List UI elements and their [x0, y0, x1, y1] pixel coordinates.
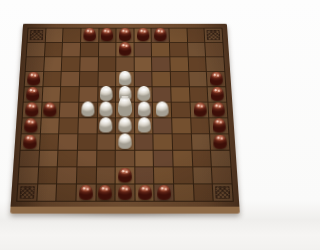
cell-j7[interactable]: [190, 87, 208, 102]
cell-a5[interactable]: [22, 118, 41, 133]
cell-f1[interactable]: [116, 184, 135, 200]
cell-d5[interactable]: [78, 118, 96, 133]
cell-c2[interactable]: [57, 167, 76, 183]
cell-e8[interactable]: [98, 72, 115, 86]
cell-h9[interactable]: [152, 57, 169, 71]
cell-d11[interactable]: [81, 28, 98, 41]
cell-i3[interactable]: [173, 151, 192, 167]
cell-h8[interactable]: [153, 72, 171, 86]
cell-g11[interactable]: [134, 28, 151, 41]
cell-b5[interactable]: [41, 118, 59, 133]
cell-b2[interactable]: [38, 167, 57, 183]
cell-c4[interactable]: [59, 134, 78, 149]
cell-d1[interactable]: [76, 184, 95, 200]
cell-c8[interactable]: [61, 72, 79, 86]
cell-a9[interactable]: [26, 57, 44, 71]
cell-j8[interactable]: [189, 72, 207, 86]
cell-h1[interactable]: [155, 184, 174, 200]
cell-b4[interactable]: [40, 134, 59, 149]
defender-piece[interactable]: [137, 86, 150, 101]
defender-piece[interactable]: [137, 101, 150, 116]
cell-c6[interactable]: [60, 103, 78, 118]
corner-ornament: [215, 186, 230, 199]
cell-k6[interactable]: [209, 103, 227, 118]
king-piece[interactable]: [118, 96, 132, 116]
defender-piece[interactable]: [119, 71, 132, 86]
cell-i6[interactable]: [172, 103, 190, 118]
cell-h2[interactable]: [154, 167, 173, 183]
cell-f4[interactable]: [116, 134, 134, 149]
cell-g10[interactable]: [134, 43, 151, 57]
cell-c10[interactable]: [63, 43, 80, 57]
cell-i5[interactable]: [172, 118, 190, 133]
cell-f10[interactable]: [116, 43, 133, 57]
cell-d9[interactable]: [80, 57, 97, 71]
cell-e9[interactable]: [98, 57, 115, 71]
cell-k2[interactable]: [212, 167, 231, 183]
cell-g4[interactable]: [135, 134, 153, 149]
defender-piece[interactable]: [100, 101, 113, 116]
cell-i2[interactable]: [174, 167, 193, 183]
cell-f5[interactable]: [116, 118, 134, 133]
cell-k9[interactable]: [206, 57, 224, 71]
cell-d7[interactable]: [79, 87, 97, 102]
cell-k7[interactable]: [208, 87, 226, 102]
hnefatafl-board: [10, 24, 240, 214]
defender-piece[interactable]: [100, 86, 113, 101]
cell-f8[interactable]: [116, 72, 133, 86]
board-grid: [16, 28, 234, 202]
cell-e6[interactable]: [97, 103, 115, 118]
cell-k5[interactable]: [210, 118, 229, 133]
cell-g6[interactable]: [135, 103, 153, 118]
cell-j4[interactable]: [192, 134, 211, 149]
cell-e2[interactable]: [96, 167, 115, 183]
cell-h11[interactable]: [152, 28, 169, 41]
cell-h6[interactable]: [153, 103, 171, 118]
cell-d6[interactable]: [79, 103, 97, 118]
attacker-piece[interactable]: [118, 185, 132, 200]
cell-f11[interactable]: [117, 28, 134, 41]
attacker-piece[interactable]: [25, 102, 38, 116]
cell-b9[interactable]: [44, 57, 62, 71]
cell-a11[interactable]: [28, 28, 46, 41]
attacker-piece[interactable]: [118, 168, 132, 183]
cell-j10[interactable]: [188, 43, 206, 57]
attacker-piece[interactable]: [83, 28, 95, 41]
cell-k8[interactable]: [207, 72, 225, 86]
cell-c5[interactable]: [59, 118, 77, 133]
corner-ornament: [20, 186, 35, 199]
cell-f3[interactable]: [116, 151, 134, 167]
cell-i10[interactable]: [170, 43, 187, 57]
cell-j3[interactable]: [192, 151, 211, 167]
photo-scene: [17, 5, 233, 221]
cell-f9[interactable]: [116, 57, 133, 71]
cell-d4[interactable]: [78, 134, 96, 149]
attacker-piece[interactable]: [98, 185, 112, 200]
attacker-piece[interactable]: [101, 28, 113, 41]
attacker-piece[interactable]: [214, 135, 227, 149]
cell-d3[interactable]: [77, 151, 96, 167]
cell-e10[interactable]: [99, 43, 116, 57]
attacker-piece[interactable]: [212, 102, 225, 116]
cell-a8[interactable]: [25, 72, 43, 86]
cell-d8[interactable]: [80, 72, 98, 86]
cell-b6[interactable]: [41, 103, 59, 118]
cell-j9[interactable]: [188, 57, 206, 71]
cell-a10[interactable]: [27, 43, 45, 57]
cell-k4[interactable]: [210, 134, 229, 149]
cell-c9[interactable]: [62, 57, 80, 71]
cell-c1[interactable]: [57, 184, 76, 200]
cell-g1[interactable]: [135, 184, 154, 200]
cell-g3[interactable]: [135, 151, 153, 167]
cell-b10[interactable]: [45, 43, 63, 57]
cell-k11[interactable]: [205, 28, 223, 41]
cell-j5[interactable]: [191, 118, 209, 133]
cell-g5[interactable]: [135, 118, 153, 133]
cell-b11[interactable]: [45, 28, 62, 41]
cell-i7[interactable]: [171, 87, 189, 102]
cell-a4[interactable]: [21, 134, 40, 149]
cell-h3[interactable]: [154, 151, 173, 167]
attacker-piece[interactable]: [44, 102, 57, 116]
cell-g2[interactable]: [135, 167, 154, 183]
defender-piece[interactable]: [156, 101, 169, 116]
cell-e11[interactable]: [99, 28, 116, 41]
attacker-piece[interactable]: [27, 72, 40, 86]
attacker-piece[interactable]: [137, 28, 149, 41]
cell-b7[interactable]: [42, 87, 60, 102]
cell-k10[interactable]: [206, 43, 224, 57]
cell-i9[interactable]: [170, 57, 188, 71]
cell-a3[interactable]: [20, 151, 39, 167]
corner-ornament: [207, 30, 221, 40]
cell-a7[interactable]: [24, 87, 42, 102]
cell-a6[interactable]: [23, 103, 41, 118]
cell-b8[interactable]: [43, 72, 61, 86]
attacker-piece[interactable]: [210, 72, 223, 86]
cell-e7[interactable]: [98, 87, 116, 102]
cell-c3[interactable]: [58, 151, 77, 167]
cell-f2[interactable]: [116, 167, 134, 183]
cell-j11[interactable]: [187, 28, 204, 41]
cell-b3[interactable]: [39, 151, 58, 167]
cell-f6[interactable]: [116, 103, 134, 118]
cell-i8[interactable]: [171, 72, 189, 86]
cell-i1[interactable]: [174, 184, 193, 200]
cell-i4[interactable]: [173, 134, 192, 149]
attacker-piece[interactable]: [23, 135, 36, 149]
cell-a1[interactable]: [17, 184, 36, 200]
attacker-piece[interactable]: [119, 42, 132, 55]
cell-g9[interactable]: [134, 57, 151, 71]
cell-e1[interactable]: [96, 184, 115, 200]
attacker-piece[interactable]: [119, 28, 131, 41]
attacker-piece[interactable]: [154, 28, 166, 41]
attacker-piece[interactable]: [157, 185, 171, 200]
defender-piece[interactable]: [118, 133, 131, 148]
attacker-piece[interactable]: [213, 118, 226, 132]
cell-j1[interactable]: [194, 184, 213, 200]
cell-h7[interactable]: [153, 87, 171, 102]
defender-piece[interactable]: [118, 117, 131, 132]
cell-k3[interactable]: [211, 151, 230, 167]
cell-j2[interactable]: [193, 167, 212, 183]
cell-h4[interactable]: [154, 134, 172, 149]
cell-d10[interactable]: [81, 43, 98, 57]
cell-d2[interactable]: [77, 167, 96, 183]
attacker-piece[interactable]: [79, 185, 93, 200]
corner-ornament: [30, 30, 44, 40]
cell-i11[interactable]: [170, 28, 187, 41]
cell-e5[interactable]: [97, 118, 115, 133]
cell-g8[interactable]: [135, 72, 152, 86]
cell-h5[interactable]: [154, 118, 172, 133]
cell-e4[interactable]: [97, 134, 115, 149]
cell-c11[interactable]: [63, 28, 80, 41]
cell-b1[interactable]: [37, 184, 56, 200]
cell-a2[interactable]: [18, 167, 37, 183]
attacker-piece[interactable]: [24, 118, 37, 132]
defender-piece[interactable]: [81, 101, 94, 116]
cell-j6[interactable]: [190, 103, 208, 118]
attacker-piece[interactable]: [138, 185, 152, 200]
attacker-piece[interactable]: [26, 87, 39, 101]
defender-piece[interactable]: [100, 117, 113, 132]
defender-piece[interactable]: [137, 117, 150, 132]
cell-e3[interactable]: [97, 151, 115, 167]
cell-g7[interactable]: [135, 87, 153, 102]
attacker-piece[interactable]: [193, 102, 206, 116]
cell-c7[interactable]: [61, 87, 79, 102]
attacker-piece[interactable]: [211, 87, 224, 101]
cell-h10[interactable]: [152, 43, 169, 57]
cell-k1[interactable]: [213, 184, 233, 200]
